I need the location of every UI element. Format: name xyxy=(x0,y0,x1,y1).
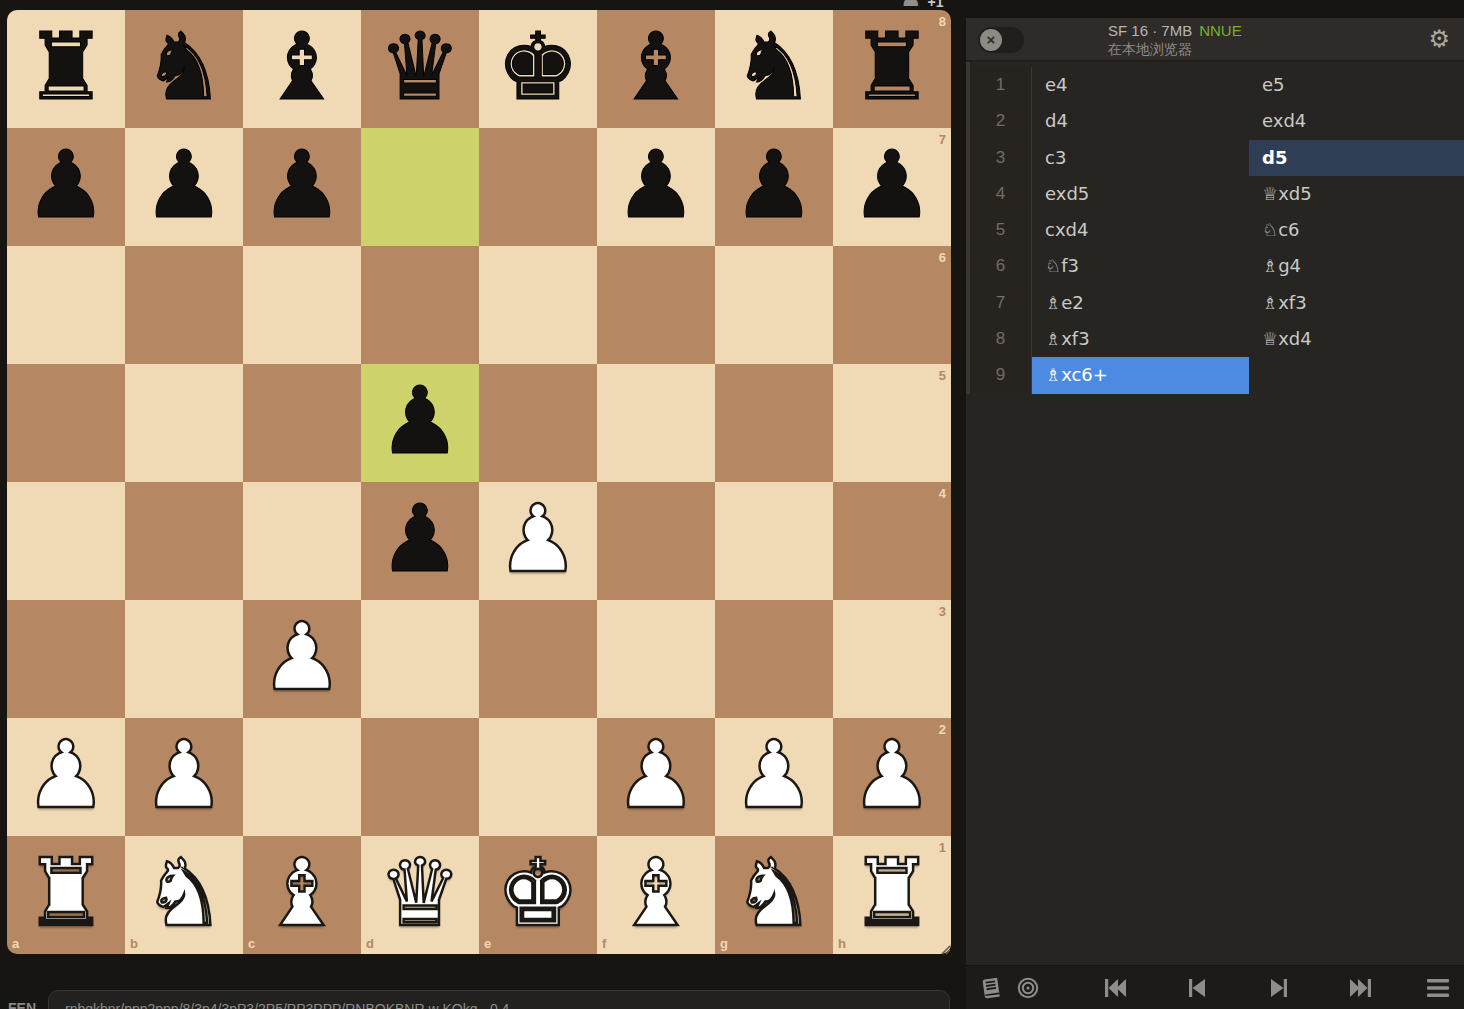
move-list-container: 1e4e52d4exd43c3d54exd5♕xd55cxd4♘c66♘f3♗g… xyxy=(966,62,1464,965)
file-label-a: a xyxy=(12,936,19,951)
square-b7[interactable]: ♟ xyxy=(125,128,243,246)
white-bishop[interactable]: ♝ xyxy=(597,836,715,954)
file-label-b: b xyxy=(130,936,138,951)
black-pawn[interactable]: ♟ xyxy=(243,128,361,246)
white-queen[interactable]: ♛ xyxy=(361,836,479,954)
square-d2[interactable] xyxy=(361,718,479,836)
rank-label-6: 6 xyxy=(939,250,946,265)
white-pawn[interactable]: ♟ xyxy=(833,718,951,836)
square-d3[interactable] xyxy=(361,600,479,718)
bottom-toolbar xyxy=(966,965,1464,1009)
square-h7[interactable]: ♟7 xyxy=(833,128,951,246)
square-c7[interactable]: ♟ xyxy=(243,128,361,246)
square-f4[interactable] xyxy=(597,482,715,600)
chess-board: ♜♞♝♛♚♝♞♜8♟♟♟♟♟♟76♟5♟♟4♟3♟♟♟♟♟2♜a♞b♝c♛d♚e… xyxy=(7,10,951,954)
square-a7[interactable]: ♟ xyxy=(7,128,125,246)
practice-button[interactable] xyxy=(1010,966,1046,1009)
black-bishop[interactable]: ♝ xyxy=(597,10,715,128)
black-pawn[interactable]: ♟ xyxy=(833,128,951,246)
square-f3[interactable] xyxy=(597,600,715,718)
move-white-4[interactable]: exd5 xyxy=(1032,176,1249,212)
square-d8[interactable]: ♛ xyxy=(361,10,479,128)
material-count: +1 xyxy=(928,0,944,10)
square-a4[interactable] xyxy=(7,482,125,600)
square-b5[interactable] xyxy=(125,364,243,482)
square-g8[interactable]: ♞ xyxy=(715,10,833,128)
square-g1[interactable]: ♞g xyxy=(715,836,833,954)
fen-label: FEN xyxy=(8,1000,36,1009)
square-g2[interactable]: ♟ xyxy=(715,718,833,836)
move-number: 7 xyxy=(970,285,1032,321)
square-f8[interactable]: ♝ xyxy=(597,10,715,128)
square-c2[interactable] xyxy=(243,718,361,836)
engine-toggle[interactable]: × xyxy=(978,27,1024,53)
white-pawn[interactable]: ♟ xyxy=(715,718,833,836)
square-d5[interactable]: ♟ xyxy=(361,364,479,482)
move-white-2[interactable]: d4 xyxy=(1032,103,1249,139)
square-f1[interactable]: ♝f xyxy=(597,836,715,954)
square-g6[interactable] xyxy=(715,246,833,364)
white-pawn[interactable]: ♟ xyxy=(597,718,715,836)
white-knight[interactable]: ♞ xyxy=(715,836,833,954)
square-c1[interactable]: ♝c xyxy=(243,836,361,954)
square-h3[interactable]: 3 xyxy=(833,600,951,718)
square-a2[interactable]: ♟ xyxy=(7,718,125,836)
file-label-h: h xyxy=(838,936,846,951)
white-pawn[interactable]: ♟ xyxy=(7,718,125,836)
square-a1[interactable]: ♜a xyxy=(7,836,125,954)
white-rook[interactable]: ♜ xyxy=(833,836,951,954)
move-white-5[interactable]: cxd4 xyxy=(1032,212,1249,248)
engine-header: × SF 16 · 7MBNNUE 在本地浏览器 ⚙ xyxy=(966,18,1464,62)
move-number: 6 xyxy=(970,248,1032,284)
gear-icon[interactable]: ⚙ xyxy=(1428,25,1450,53)
square-h1[interactable]: ♜1h xyxy=(833,836,951,954)
move-black-5[interactable]: ♘c6 xyxy=(1249,212,1464,248)
square-e6[interactable] xyxy=(479,246,597,364)
black-pawn[interactable]: ♟ xyxy=(715,128,833,246)
square-a8[interactable]: ♜ xyxy=(7,10,125,128)
file-label-e: e xyxy=(484,936,491,951)
move-number: 4 xyxy=(970,176,1032,212)
square-f5[interactable] xyxy=(597,364,715,482)
board-resize-handle[interactable] xyxy=(937,941,951,955)
black-rook[interactable]: ♜ xyxy=(833,10,951,128)
file-label-g: g xyxy=(720,936,728,951)
move-white-6[interactable]: ♘f3 xyxy=(1032,248,1249,284)
file-label-f: f xyxy=(602,936,606,951)
black-queen[interactable]: ♛ xyxy=(361,10,479,128)
move-black-1[interactable]: e5 xyxy=(1249,67,1464,103)
square-f2[interactable]: ♟ xyxy=(597,718,715,836)
material-diff: ♟ +1 xyxy=(900,0,943,10)
fen-input[interactable]: rnbqkbnr/ppp2ppp/8/3p4/3pP3/2P5/PP3PPP/R… xyxy=(48,990,950,1009)
square-b3[interactable] xyxy=(125,600,243,718)
move-black-9 xyxy=(1249,357,1464,393)
black-pawn[interactable]: ♟ xyxy=(597,128,715,246)
square-h6[interactable]: 6 xyxy=(833,246,951,364)
square-h4[interactable]: 4 xyxy=(833,482,951,600)
square-a6[interactable] xyxy=(7,246,125,364)
rank-label-3: 3 xyxy=(939,604,946,619)
square-e3[interactable] xyxy=(479,600,597,718)
hamburger-icon xyxy=(1425,977,1451,999)
next-icon xyxy=(1266,975,1292,1001)
white-rook[interactable]: ♜ xyxy=(7,836,125,954)
move-white-1[interactable]: e4 xyxy=(1032,67,1249,103)
black-rook[interactable]: ♜ xyxy=(7,10,125,128)
square-c8[interactable]: ♝ xyxy=(243,10,361,128)
white-pawn[interactable]: ♟ xyxy=(125,718,243,836)
menu-button[interactable] xyxy=(1412,966,1464,1009)
last-move-button[interactable] xyxy=(1343,966,1379,1009)
white-king[interactable]: ♚ xyxy=(479,836,597,954)
square-g5[interactable] xyxy=(715,364,833,482)
move-number: 3 xyxy=(970,140,1032,176)
rank-label-1: 1 xyxy=(939,840,946,855)
close-icon: × xyxy=(987,31,996,48)
skip-to-start-icon xyxy=(1102,975,1128,1001)
square-h8[interactable]: ♜8 xyxy=(833,10,951,128)
opening-explorer-button[interactable] xyxy=(974,966,1010,1009)
previous-move-button[interactable] xyxy=(1179,966,1215,1009)
square-c5[interactable] xyxy=(243,364,361,482)
move-black-3[interactable]: d5 xyxy=(1249,140,1464,176)
square-b2[interactable]: ♟ xyxy=(125,718,243,836)
move-white-3[interactable]: c3 xyxy=(1032,140,1249,176)
square-g3[interactable] xyxy=(715,600,833,718)
square-f6[interactable] xyxy=(597,246,715,364)
move-number: 2 xyxy=(970,103,1032,139)
target-icon xyxy=(1016,976,1040,1000)
white-knight[interactable]: ♞ xyxy=(125,836,243,954)
engine-tech-badge: NNUE xyxy=(1199,22,1242,39)
square-h2[interactable]: ♟2 xyxy=(833,718,951,836)
move-white-9[interactable]: ♗xc6+ xyxy=(1032,357,1249,393)
move-black-7[interactable]: ♗xf3 xyxy=(1249,285,1464,321)
previous-icon xyxy=(1184,975,1210,1001)
square-e7[interactable] xyxy=(479,128,597,246)
square-b4[interactable] xyxy=(125,482,243,600)
analysis-panel: × SF 16 · 7MBNNUE 在本地浏览器 ⚙ 1e4e52d4exd43… xyxy=(966,18,1464,1009)
black-king[interactable]: ♚ xyxy=(479,10,597,128)
move-white-8[interactable]: ♗xf3 xyxy=(1032,321,1249,357)
square-e5[interactable] xyxy=(479,364,597,482)
white-pawn[interactable]: ♟ xyxy=(479,482,597,600)
black-pawn[interactable]: ♟ xyxy=(361,364,479,482)
square-b6[interactable] xyxy=(125,246,243,364)
square-d7[interactable] xyxy=(361,128,479,246)
square-c6[interactable] xyxy=(243,246,361,364)
black-pawn[interactable]: ♟ xyxy=(7,128,125,246)
square-f7[interactable]: ♟ xyxy=(597,128,715,246)
white-pawn[interactable]: ♟ xyxy=(243,600,361,718)
square-b8[interactable]: ♞ xyxy=(125,10,243,128)
square-e4[interactable]: ♟ xyxy=(479,482,597,600)
square-a5[interactable] xyxy=(7,364,125,482)
move-number: 9 xyxy=(970,357,1032,393)
engine-name: SF 16 · 7MBNNUE xyxy=(1108,22,1242,39)
rank-label-8: 8 xyxy=(939,14,946,29)
square-e8[interactable]: ♚ xyxy=(479,10,597,128)
move-white-7[interactable]: ♗e2 xyxy=(1032,285,1249,321)
move-number: 5 xyxy=(970,212,1032,248)
nav-buttons xyxy=(1074,966,1402,1009)
square-e2[interactable] xyxy=(479,718,597,836)
square-g7[interactable]: ♟ xyxy=(715,128,833,246)
pawn-icon: ♟ xyxy=(900,0,922,10)
square-d4[interactable]: ♟ xyxy=(361,482,479,600)
next-move-button[interactable] xyxy=(1261,966,1297,1009)
fen-bar: FEN rnbqkbnr/ppp2ppp/8/3p4/3pP3/2P5/PP3P… xyxy=(0,989,950,1009)
black-bishop[interactable]: ♝ xyxy=(243,10,361,128)
book-icon xyxy=(980,976,1004,1000)
move-list: 1e4e52d4exd43c3d54exd5♕xd55cxd4♘c66♘f3♗g… xyxy=(966,62,1464,394)
square-d1[interactable]: ♛d xyxy=(361,836,479,954)
black-knight[interactable]: ♞ xyxy=(125,10,243,128)
move-black-6[interactable]: ♗g4 xyxy=(1249,248,1464,284)
black-pawn[interactable]: ♟ xyxy=(125,128,243,246)
square-e1[interactable]: ♚e xyxy=(479,836,597,954)
skip-to-end-icon xyxy=(1348,975,1374,1001)
move-black-8[interactable]: ♕xd4 xyxy=(1249,321,1464,357)
rank-label-7: 7 xyxy=(939,132,946,147)
square-b1[interactable]: ♞b xyxy=(125,836,243,954)
rank-label-2: 2 xyxy=(939,722,946,737)
file-label-d: d xyxy=(366,936,374,951)
move-black-4[interactable]: ♕xd5 xyxy=(1249,176,1464,212)
move-black-2[interactable]: exd4 xyxy=(1249,103,1464,139)
square-d6[interactable] xyxy=(361,246,479,364)
engine-toggle-knob[interactable]: × xyxy=(980,29,1002,51)
first-move-button[interactable] xyxy=(1097,966,1133,1009)
file-label-c: c xyxy=(248,936,255,951)
square-g4[interactable] xyxy=(715,482,833,600)
move-number: 1 xyxy=(970,67,1032,103)
black-knight[interactable]: ♞ xyxy=(715,10,833,128)
square-h5[interactable]: 5 xyxy=(833,364,951,482)
engine-location: 在本地浏览器 xyxy=(1108,41,1192,59)
move-number: 8 xyxy=(970,321,1032,357)
square-a3[interactable] xyxy=(7,600,125,718)
black-pawn[interactable]: ♟ xyxy=(361,482,479,600)
square-c4[interactable] xyxy=(243,482,361,600)
square-c3[interactable]: ♟ xyxy=(243,600,361,718)
white-bishop[interactable]: ♝ xyxy=(243,836,361,954)
rank-label-4: 4 xyxy=(939,486,946,501)
rank-label-5: 5 xyxy=(939,368,946,383)
